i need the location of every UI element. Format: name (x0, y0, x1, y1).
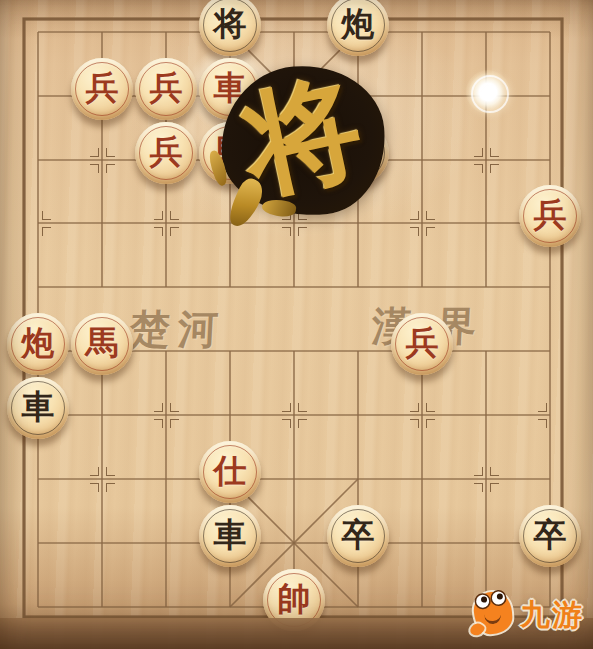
mascot-eye (492, 591, 506, 605)
piece-black-車[interactable]: 車 (199, 505, 261, 567)
piece-red-仕[interactable]: 仕 (199, 441, 261, 503)
piece-red-馬[interactable]: 馬 (71, 313, 133, 375)
piece-red-兵[interactable]: 兵 (391, 313, 453, 375)
mascot-mouth (484, 611, 502, 624)
piece-character: 兵 (71, 58, 133, 120)
piece-character: 兵 (135, 58, 197, 120)
piece-character: 馬 (71, 313, 133, 375)
watermark-text: 九游 (520, 595, 584, 636)
piece-red-兵[interactable]: 兵 (71, 58, 133, 120)
piece-red-兵[interactable]: 兵 (519, 185, 581, 247)
piece-red-帥[interactable]: 帥 (263, 569, 325, 631)
xiangqi-board-screen: 楚河 漢界 将炮兵兵車兵馬炮兵炮馬兵車仕車卒卒帥 将 九游 (0, 0, 593, 649)
check-stamp-overlay: 将 (215, 59, 391, 223)
piece-red-兵[interactable]: 兵 (135, 122, 197, 184)
piece-character: 兵 (391, 313, 453, 375)
river-label-left: 楚河 (129, 302, 228, 357)
piece-black-卒[interactable]: 卒 (519, 505, 581, 567)
piece-character: 卒 (327, 505, 389, 567)
piece-red-兵[interactable]: 兵 (135, 58, 197, 120)
piece-red-炮[interactable]: 炮 (7, 313, 69, 375)
piece-character: 炮 (7, 313, 69, 375)
piece-character: 帥 (263, 569, 325, 631)
site-watermark: 九游 (472, 588, 590, 640)
mascot-eye (476, 594, 490, 608)
piece-character: 車 (7, 377, 69, 439)
piece-black-将[interactable]: 将 (199, 0, 261, 56)
piece-black-卒[interactable]: 卒 (327, 505, 389, 567)
piece-character: 将 (199, 0, 261, 56)
piece-character: 仕 (199, 441, 261, 503)
piece-character: 車 (199, 505, 261, 567)
piece-black-車[interactable]: 車 (7, 377, 69, 439)
watermark-mascot-icon (473, 591, 514, 636)
mascot-tail (469, 621, 486, 638)
piece-character: 卒 (519, 505, 581, 567)
piece-character: 兵 (519, 185, 581, 247)
piece-character: 兵 (135, 122, 197, 184)
